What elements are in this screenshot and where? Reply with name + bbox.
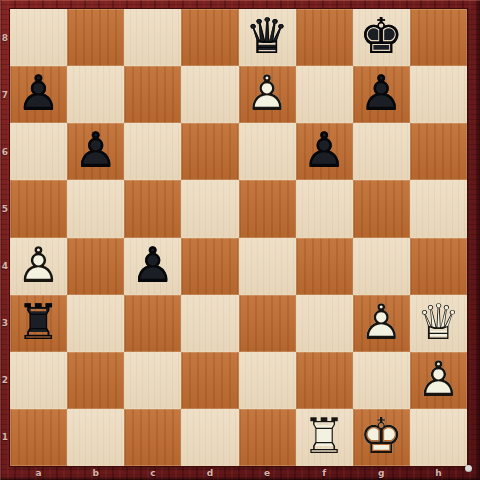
queen-glyph-fill: ♛ (239, 8, 296, 65)
queen-glyph-outline: ♕ (410, 294, 467, 351)
square-h7[interactable] (410, 66, 467, 123)
square-e3[interactable] (239, 295, 296, 352)
file-label-c: c (124, 466, 181, 480)
square-a5[interactable] (10, 180, 67, 237)
square-b6[interactable]: ♟♙ (67, 123, 124, 180)
square-c4[interactable]: ♟♙ (124, 238, 181, 295)
king-glyph-outline: ♔ (353, 408, 410, 465)
pawn-glyph-outline: ♙ (296, 122, 353, 179)
square-c8[interactable] (124, 9, 181, 66)
square-e1[interactable] (239, 409, 296, 466)
king-glyph-fill: ♚ (353, 408, 410, 465)
file-label-e: e (239, 466, 296, 480)
file-label-a: a (10, 466, 67, 480)
square-e8[interactable]: ♛♕ (239, 9, 296, 66)
square-a7[interactable]: ♟♙ (10, 66, 67, 123)
square-c3[interactable] (124, 295, 181, 352)
square-f4[interactable] (296, 238, 353, 295)
square-f8[interactable] (296, 9, 353, 66)
pawn-glyph-outline: ♙ (239, 65, 296, 122)
piece-white-king-g1[interactable]: ♚♔ (353, 409, 410, 466)
square-a8[interactable] (10, 9, 67, 66)
square-f6[interactable]: ♟♙ (296, 123, 353, 180)
chess-app: ♛♕♚♔♟♙♟♙♟♙♟♙♟♙♟♙♟♙♜♖♟♙♛♕♟♙♜♖♚♔ 87654321 … (0, 0, 480, 480)
rook-glyph-outline: ♖ (10, 294, 67, 351)
file-labels: abcdefgh (10, 466, 467, 480)
file-label-b: b (67, 466, 124, 480)
rank-label-2: 2 (0, 352, 10, 409)
square-d1[interactable] (181, 409, 238, 466)
square-b4[interactable] (67, 238, 124, 295)
square-b3[interactable] (67, 295, 124, 352)
pawn-glyph-outline: ♙ (410, 351, 467, 408)
square-d6[interactable] (181, 123, 238, 180)
square-c6[interactable] (124, 123, 181, 180)
square-g7[interactable]: ♟♙ (353, 66, 410, 123)
square-a4[interactable]: ♟♙ (10, 238, 67, 295)
rank-label-3: 3 (0, 295, 10, 352)
square-h6[interactable] (410, 123, 467, 180)
square-g4[interactable] (353, 238, 410, 295)
square-g6[interactable] (353, 123, 410, 180)
pawn-glyph-fill: ♟ (124, 237, 181, 294)
square-d4[interactable] (181, 238, 238, 295)
square-a2[interactable] (10, 352, 67, 409)
king-glyph-fill: ♚ (353, 8, 410, 65)
square-b8[interactable] (67, 9, 124, 66)
rook-glyph-fill: ♜ (296, 408, 353, 465)
piece-black-pawn-c4[interactable]: ♟♙ (124, 238, 181, 295)
square-h1[interactable] (410, 409, 467, 466)
pawn-glyph-fill: ♟ (353, 294, 410, 351)
square-c5[interactable] (124, 180, 181, 237)
file-label-f: f (296, 466, 353, 480)
piece-black-rook-a3[interactable]: ♜♖ (10, 295, 67, 352)
square-c1[interactable] (124, 409, 181, 466)
square-c2[interactable] (124, 352, 181, 409)
rank-label-6: 6 (0, 123, 10, 180)
pawn-glyph-fill: ♟ (353, 65, 410, 122)
rank-label-4: 4 (0, 238, 10, 295)
square-h2[interactable]: ♟♙ (410, 352, 467, 409)
square-f5[interactable] (296, 180, 353, 237)
king-glyph-outline: ♔ (353, 8, 410, 65)
piece-black-pawn-g7[interactable]: ♟♙ (353, 66, 410, 123)
square-h5[interactable] (410, 180, 467, 237)
piece-white-pawn-e7[interactable]: ♟♙ (239, 66, 296, 123)
square-b5[interactable] (67, 180, 124, 237)
square-a6[interactable] (10, 123, 67, 180)
square-g3[interactable]: ♟♙ (353, 295, 410, 352)
square-e2[interactable] (239, 352, 296, 409)
rank-label-5: 5 (0, 180, 10, 237)
square-b2[interactable] (67, 352, 124, 409)
piece-black-queen-e8[interactable]: ♛♕ (239, 9, 296, 66)
square-a1[interactable] (10, 409, 67, 466)
pawn-glyph-fill: ♟ (239, 65, 296, 122)
square-g8[interactable]: ♚♔ (353, 9, 410, 66)
pawn-glyph-outline: ♙ (124, 237, 181, 294)
pawn-glyph-outline: ♙ (10, 237, 67, 294)
square-d8[interactable] (181, 9, 238, 66)
rank-label-1: 1 (0, 409, 10, 466)
square-e6[interactable] (239, 123, 296, 180)
queen-glyph-outline: ♕ (239, 8, 296, 65)
square-f3[interactable] (296, 295, 353, 352)
piece-white-pawn-g3[interactable]: ♟♙ (353, 295, 410, 352)
square-g2[interactable] (353, 352, 410, 409)
square-g1[interactable]: ♚♔ (353, 409, 410, 466)
square-c7[interactable] (124, 66, 181, 123)
square-h3[interactable]: ♛♕ (410, 295, 467, 352)
file-label-g: g (353, 466, 410, 480)
square-d3[interactable] (181, 295, 238, 352)
square-d5[interactable] (181, 180, 238, 237)
pawn-glyph-fill: ♟ (10, 65, 67, 122)
square-e7[interactable]: ♟♙ (239, 66, 296, 123)
piece-white-queen-h3[interactable]: ♛♕ (410, 295, 467, 352)
pawn-glyph-outline: ♙ (353, 65, 410, 122)
square-g5[interactable] (353, 180, 410, 237)
piece-black-pawn-a7[interactable]: ♟♙ (10, 66, 67, 123)
square-f1[interactable]: ♜♖ (296, 409, 353, 466)
pawn-glyph-outline: ♙ (10, 65, 67, 122)
square-e5[interactable] (239, 180, 296, 237)
rank-labels: 87654321 (0, 9, 10, 466)
piece-black-king-g8[interactable]: ♚♔ (353, 9, 410, 66)
square-d2[interactable] (181, 352, 238, 409)
file-label-h: h (410, 466, 467, 480)
square-f2[interactable] (296, 352, 353, 409)
piece-black-pawn-f6[interactable]: ♟♙ (296, 123, 353, 180)
rank-label-7: 7 (0, 66, 10, 123)
pawn-glyph-outline: ♙ (67, 122, 124, 179)
white-to-move-indicator (465, 465, 472, 472)
pawn-glyph-fill: ♟ (296, 122, 353, 179)
pawn-glyph-fill: ♟ (10, 237, 67, 294)
square-h8[interactable] (410, 9, 467, 66)
pawn-glyph-outline: ♙ (353, 294, 410, 351)
square-f7[interactable] (296, 66, 353, 123)
piece-white-pawn-h2[interactable]: ♟♙ (410, 352, 467, 409)
piece-white-rook-f1[interactable]: ♜♖ (296, 409, 353, 466)
piece-white-pawn-a4[interactable]: ♟♙ (10, 238, 67, 295)
queen-glyph-fill: ♛ (410, 294, 467, 351)
rank-label-8: 8 (0, 9, 10, 66)
file-label-d: d (181, 466, 238, 480)
square-b1[interactable] (67, 409, 124, 466)
square-d7[interactable] (181, 66, 238, 123)
rook-glyph-fill: ♜ (10, 294, 67, 351)
piece-black-pawn-b6[interactable]: ♟♙ (67, 123, 124, 180)
square-a3[interactable]: ♜♖ (10, 295, 67, 352)
pawn-glyph-fill: ♟ (67, 122, 124, 179)
rook-glyph-outline: ♖ (296, 408, 353, 465)
square-h4[interactable] (410, 238, 467, 295)
square-e4[interactable] (239, 238, 296, 295)
chess-board: ♛♕♚♔♟♙♟♙♟♙♟♙♟♙♟♙♟♙♜♖♟♙♛♕♟♙♜♖♚♔ (10, 9, 467, 466)
square-b7[interactable] (67, 66, 124, 123)
pawn-glyph-fill: ♟ (410, 351, 467, 408)
